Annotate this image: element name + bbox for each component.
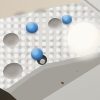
cavity-left-middle (2, 31, 21, 48)
photo-foam-tray-scene (0, 0, 100, 100)
cavity-back-row-faint-2 (35, 8, 48, 15)
table-speck (61, 81, 65, 84)
blue-cap-middle (26, 22, 38, 33)
shiny-disc (67, 22, 100, 56)
blue-cap-back (62, 15, 72, 24)
cavity-center-top (47, 17, 63, 31)
cavity-back-row-faint-1 (14, 11, 27, 18)
table-speck-small (76, 70, 78, 72)
object-layer (0, 0, 100, 100)
cavity-bottom-left (1, 61, 25, 82)
